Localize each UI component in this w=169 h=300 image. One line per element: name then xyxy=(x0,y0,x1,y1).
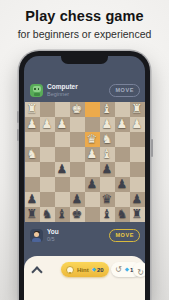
square-h6[interactable] xyxy=(25,177,40,192)
piece-wN[interactable]: ♞ xyxy=(100,132,115,147)
piece-wR[interactable]: ♜ xyxy=(130,102,145,117)
piece-bP[interactable]: ♟ xyxy=(85,177,100,192)
gem-icon: ◆ xyxy=(92,267,96,273)
piece-bB[interactable]: ♝ xyxy=(100,207,115,222)
square-d3[interactable]: ♛ xyxy=(85,132,100,147)
piece-bR[interactable]: ♜ xyxy=(25,207,40,222)
square-d2[interactable] xyxy=(85,117,100,132)
square-f5[interactable]: ♟ xyxy=(55,162,70,177)
square-c7[interactable]: ♛ xyxy=(100,192,115,207)
square-b1[interactable] xyxy=(115,102,130,117)
piece-bQ[interactable]: ♛ xyxy=(100,192,115,207)
square-g1[interactable] xyxy=(40,102,55,117)
redo-arrow-icon: ↻ xyxy=(137,268,144,277)
square-a2[interactable]: ♟ xyxy=(130,117,145,132)
phone-frame: Computer Beginner MOVE ♜♚♝♜♟♟♟♟♟♟♛♞♞♟♝♟♟… xyxy=(19,51,150,300)
piece-wN[interactable]: ♞ xyxy=(25,147,40,162)
robot-body xyxy=(34,93,40,96)
computer-avatar xyxy=(30,84,43,97)
piece-bP[interactable]: ♟ xyxy=(130,192,145,207)
square-d1[interactable] xyxy=(85,102,100,117)
hint-label: Hint xyxy=(77,267,89,273)
square-e4[interactable] xyxy=(70,147,85,162)
headline: Play chess game for beginners or experie… xyxy=(0,8,169,40)
square-f6[interactable] xyxy=(55,177,70,192)
square-h5[interactable] xyxy=(25,162,40,177)
square-a1[interactable]: ♜ xyxy=(130,102,145,117)
hint-count: 20 xyxy=(97,267,104,273)
square-d7[interactable] xyxy=(85,192,100,207)
piece-bP[interactable]: ♟ xyxy=(100,162,115,177)
square-c3[interactable]: ♞ xyxy=(100,132,115,147)
player-score: 0/5 xyxy=(47,237,59,243)
piece-wP[interactable]: ♟ xyxy=(55,117,70,132)
player-row: You 0/5 MOVE xyxy=(30,228,140,243)
opponent-row: Computer Beginner MOVE xyxy=(30,83,140,98)
phone-screen: Computer Beginner MOVE ♜♚♝♜♟♟♟♟♟♟♛♞♞♟♝♟♟… xyxy=(24,56,145,300)
square-h1[interactable]: ♜ xyxy=(25,102,40,117)
opponent-meta: Computer Beginner xyxy=(47,84,78,98)
player-name: You xyxy=(47,229,59,236)
piece-wQ[interactable]: ♛ xyxy=(85,132,100,147)
square-d4[interactable]: ♟ xyxy=(85,147,100,162)
square-d5[interactable] xyxy=(85,162,100,177)
piece-bN[interactable]: ♞ xyxy=(40,207,55,222)
app-store-screenshot: Play chess game for beginners or experie… xyxy=(0,0,169,300)
square-a5[interactable] xyxy=(130,162,145,177)
piece-bK[interactable]: ♚ xyxy=(70,207,85,222)
undo-arrow-icon: ↺ xyxy=(115,266,122,274)
player-move-button[interactable]: MOVE xyxy=(109,229,140,242)
square-a4[interactable] xyxy=(130,147,145,162)
square-e7[interactable]: ♟ xyxy=(70,192,85,207)
square-b7[interactable] xyxy=(115,192,130,207)
piece-bN[interactable]: ♞ xyxy=(115,207,130,222)
gem-icon: ◆ xyxy=(125,267,129,273)
chevron-up-icon xyxy=(31,266,42,277)
piece-bP[interactable]: ♟ xyxy=(115,177,130,192)
square-f1[interactable] xyxy=(55,102,70,117)
square-g4[interactable] xyxy=(40,147,55,162)
robot-eye xyxy=(34,88,36,90)
square-b4[interactable] xyxy=(115,147,130,162)
square-c4[interactable]: ♝ xyxy=(100,147,115,162)
redo-button[interactable]: ↻ xyxy=(133,262,145,277)
piece-bP[interactable]: ♟ xyxy=(55,162,70,177)
square-a7[interactable]: ♟ xyxy=(130,192,145,207)
page-subtitle: for beginners or experienced xyxy=(0,28,169,40)
square-g8[interactable]: ♞ xyxy=(40,207,55,222)
square-a8[interactable]: ♜ xyxy=(130,207,145,222)
square-b3[interactable] xyxy=(115,132,130,147)
lightbulb-icon xyxy=(66,266,74,274)
square-e6[interactable] xyxy=(70,177,85,192)
square-e1[interactable]: ♚ xyxy=(70,102,85,117)
piece-wB[interactable]: ♝ xyxy=(100,102,115,117)
bottom-toolbar: Hint ◆ 20 ↺ ◆ 10 ↻ xyxy=(24,256,145,300)
piece-bP[interactable]: ♟ xyxy=(70,192,85,207)
avatar-face xyxy=(34,232,39,237)
square-g7[interactable] xyxy=(40,192,55,207)
square-e8[interactable]: ♚ xyxy=(70,207,85,222)
square-f4[interactable] xyxy=(55,147,70,162)
square-h7[interactable]: ♟ xyxy=(25,192,40,207)
square-c5[interactable]: ♟ xyxy=(100,162,115,177)
square-b2[interactable]: ♟ xyxy=(115,117,130,132)
square-d8[interactable] xyxy=(85,207,100,222)
piece-wP[interactable]: ♟ xyxy=(40,117,55,132)
square-h4[interactable]: ♞ xyxy=(25,147,40,162)
piece-bR[interactable]: ♜ xyxy=(130,207,145,222)
piece-wB[interactable]: ♝ xyxy=(100,147,115,162)
square-g3[interactable] xyxy=(40,132,55,147)
piece-bP[interactable]: ♟ xyxy=(25,192,40,207)
hint-button[interactable]: Hint ◆ 20 xyxy=(61,262,109,277)
avatar-body xyxy=(32,238,41,243)
square-a3[interactable] xyxy=(130,132,145,147)
square-h3[interactable] xyxy=(25,132,40,147)
piece-wK[interactable]: ♚ xyxy=(70,102,85,117)
square-e2[interactable] xyxy=(70,117,85,132)
player-avatar xyxy=(30,229,43,242)
square-g5[interactable] xyxy=(40,162,55,177)
square-e3[interactable] xyxy=(70,132,85,147)
expand-button[interactable] xyxy=(30,263,43,276)
piece-wR[interactable]: ♜ xyxy=(25,102,40,117)
square-h2[interactable]: ♟ xyxy=(25,117,40,132)
opponent-name: Computer xyxy=(47,84,78,91)
power-button xyxy=(151,139,153,157)
piece-bB[interactable]: ♝ xyxy=(55,207,70,222)
square-h8[interactable]: ♜ xyxy=(25,207,40,222)
square-b6[interactable]: ♟ xyxy=(115,177,130,192)
square-b8[interactable]: ♞ xyxy=(115,207,130,222)
player-meta: You 0/5 xyxy=(47,229,59,243)
square-f3[interactable] xyxy=(55,132,70,147)
chess-board[interactable]: ♜♚♝♜♟♟♟♟♟♟♛♞♞♟♝♟♟♟♟♟♟♛♟♜♞♝♚♝♞♜ xyxy=(25,102,145,222)
square-d6[interactable]: ♟ xyxy=(85,177,100,192)
square-c2[interactable]: ♟ xyxy=(100,117,115,132)
piece-wP[interactable]: ♟ xyxy=(85,147,100,162)
piece-wP[interactable]: ♟ xyxy=(25,117,40,132)
piece-wP[interactable]: ♟ xyxy=(100,117,115,132)
square-f8[interactable]: ♝ xyxy=(55,207,70,222)
page-title: Play chess game xyxy=(0,8,169,24)
square-f2[interactable]: ♟ xyxy=(55,117,70,132)
phone-notch xyxy=(61,56,108,64)
square-b5[interactable] xyxy=(115,162,130,177)
robot-eye xyxy=(38,88,40,90)
square-f7[interactable] xyxy=(55,192,70,207)
square-a6[interactable] xyxy=(130,177,145,192)
square-g6[interactable] xyxy=(40,177,55,192)
volume-down-button xyxy=(17,129,19,141)
opponent-level: Beginner xyxy=(47,92,78,98)
square-g2[interactable]: ♟ xyxy=(40,117,55,132)
volume-up-button xyxy=(17,111,19,123)
square-c1[interactable]: ♝ xyxy=(100,102,115,117)
piece-wP[interactable]: ♟ xyxy=(130,117,145,132)
square-e5[interactable] xyxy=(70,162,85,177)
square-c6[interactable] xyxy=(100,177,115,192)
piece-wP[interactable]: ♟ xyxy=(115,117,130,132)
square-c8[interactable]: ♝ xyxy=(100,207,115,222)
opponent-move-button[interactable]: MOVE xyxy=(109,84,140,97)
